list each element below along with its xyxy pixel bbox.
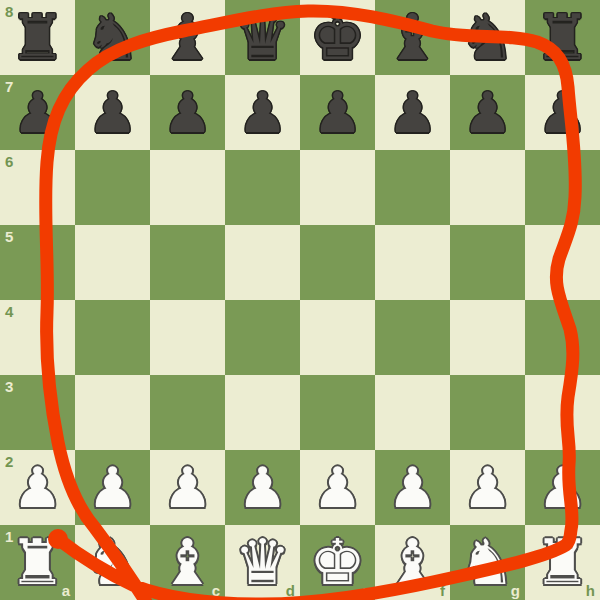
square-b3[interactable] xyxy=(75,375,150,450)
piece-black-knight-b8[interactable]: ♞ xyxy=(75,0,150,75)
piece-black-rook-h8[interactable]: ♜ xyxy=(525,0,600,75)
square-c8[interactable]: ♝ xyxy=(150,0,225,75)
piece-black-pawn-f7[interactable]: ♟ xyxy=(375,75,450,150)
piece-black-pawn-g7[interactable]: ♟ xyxy=(450,75,525,150)
square-e7[interactable]: ♟ xyxy=(300,75,375,150)
piece-white-pawn-g2[interactable]: ♟ xyxy=(450,450,525,525)
rank-label-6: 6 xyxy=(5,153,13,170)
square-c2[interactable]: ♟ xyxy=(150,450,225,525)
square-b6[interactable] xyxy=(75,150,150,225)
piece-white-bishop-f1[interactable]: ♝ xyxy=(375,525,450,600)
file-label-h: h xyxy=(586,582,595,599)
file-label-g: g xyxy=(511,582,520,599)
piece-white-pawn-e2[interactable]: ♟ xyxy=(300,450,375,525)
square-f2[interactable]: ♟ xyxy=(375,450,450,525)
square-h8[interactable]: ♜ xyxy=(525,0,600,75)
square-c1[interactable]: c♝ xyxy=(150,525,225,600)
square-f3[interactable] xyxy=(375,375,450,450)
square-e3[interactable] xyxy=(300,375,375,450)
square-h1[interactable]: h♜ xyxy=(525,525,600,600)
square-g5[interactable] xyxy=(450,225,525,300)
piece-white-pawn-c2[interactable]: ♟ xyxy=(150,450,225,525)
piece-black-bishop-f8[interactable]: ♝ xyxy=(375,0,450,75)
piece-black-king-e8[interactable]: ♚ xyxy=(300,0,375,75)
piece-black-knight-g8[interactable]: ♞ xyxy=(450,0,525,75)
square-g4[interactable] xyxy=(450,300,525,375)
square-a2[interactable]: 2♟ xyxy=(0,450,75,525)
square-g6[interactable] xyxy=(450,150,525,225)
square-a6[interactable]: 6 xyxy=(0,150,75,225)
square-h6[interactable] xyxy=(525,150,600,225)
file-label-a: a xyxy=(62,582,70,599)
square-b8[interactable]: ♞ xyxy=(75,0,150,75)
square-f7[interactable]: ♟ xyxy=(375,75,450,150)
rank-label-1: 1 xyxy=(5,528,13,545)
square-b4[interactable] xyxy=(75,300,150,375)
square-h7[interactable]: ♟ xyxy=(525,75,600,150)
rank-label-7: 7 xyxy=(5,78,13,95)
piece-black-pawn-c7[interactable]: ♟ xyxy=(150,75,225,150)
square-h4[interactable] xyxy=(525,300,600,375)
square-c3[interactable] xyxy=(150,375,225,450)
file-label-f: f xyxy=(440,582,445,599)
square-e8[interactable]: ♚ xyxy=(300,0,375,75)
piece-white-pawn-b2[interactable]: ♟ xyxy=(75,450,150,525)
square-a8[interactable]: 8♜ xyxy=(0,0,75,75)
square-g3[interactable] xyxy=(450,375,525,450)
square-f6[interactable] xyxy=(375,150,450,225)
square-f5[interactable] xyxy=(375,225,450,300)
square-d6[interactable] xyxy=(225,150,300,225)
piece-white-pawn-h2[interactable]: ♟ xyxy=(525,450,600,525)
square-e6[interactable] xyxy=(300,150,375,225)
square-b7[interactable]: ♟ xyxy=(75,75,150,150)
chess-board: 8♜♞♝♛♚♝♞♜7♟♟♟♟♟♟♟♟65432♟♟♟♟♟♟♟♟1a♜b♞c♝d♛… xyxy=(0,0,600,600)
piece-black-pawn-e7[interactable]: ♟ xyxy=(300,75,375,150)
square-a3[interactable]: 3 xyxy=(0,375,75,450)
rank-label-4: 4 xyxy=(5,303,13,320)
square-a5[interactable]: 5 xyxy=(0,225,75,300)
file-label-d: d xyxy=(286,582,295,599)
square-d5[interactable] xyxy=(225,225,300,300)
square-c4[interactable] xyxy=(150,300,225,375)
rank-label-2: 2 xyxy=(5,453,13,470)
square-c6[interactable] xyxy=(150,150,225,225)
square-h5[interactable] xyxy=(525,225,600,300)
piece-black-pawn-b7[interactable]: ♟ xyxy=(75,75,150,150)
square-e2[interactable]: ♟ xyxy=(300,450,375,525)
square-d7[interactable]: ♟ xyxy=(225,75,300,150)
square-d1[interactable]: d♛ xyxy=(225,525,300,600)
piece-black-bishop-c8[interactable]: ♝ xyxy=(150,0,225,75)
board-container: 8♜♞♝♛♚♝♞♜7♟♟♟♟♟♟♟♟65432♟♟♟♟♟♟♟♟1a♜b♞c♝d♛… xyxy=(0,0,600,600)
square-d3[interactable] xyxy=(225,375,300,450)
square-f1[interactable]: f♝ xyxy=(375,525,450,600)
piece-white-pawn-d2[interactable]: ♟ xyxy=(225,450,300,525)
square-a1[interactable]: 1a♜ xyxy=(0,525,75,600)
square-d8[interactable]: ♛ xyxy=(225,0,300,75)
square-h2[interactable]: ♟ xyxy=(525,450,600,525)
square-g2[interactable]: ♟ xyxy=(450,450,525,525)
square-b2[interactable]: ♟ xyxy=(75,450,150,525)
square-h3[interactable] xyxy=(525,375,600,450)
square-e5[interactable] xyxy=(300,225,375,300)
square-f8[interactable]: ♝ xyxy=(375,0,450,75)
square-g7[interactable]: ♟ xyxy=(450,75,525,150)
piece-white-pawn-f2[interactable]: ♟ xyxy=(375,450,450,525)
square-c5[interactable] xyxy=(150,225,225,300)
square-e4[interactable] xyxy=(300,300,375,375)
square-d4[interactable] xyxy=(225,300,300,375)
file-label-b: b xyxy=(136,582,145,599)
square-d2[interactable]: ♟ xyxy=(225,450,300,525)
square-c7[interactable]: ♟ xyxy=(150,75,225,150)
square-e1[interactable]: e♚ xyxy=(300,525,375,600)
rank-label-5: 5 xyxy=(5,228,13,245)
square-f4[interactable] xyxy=(375,300,450,375)
square-a4[interactable]: 4 xyxy=(0,300,75,375)
piece-black-pawn-d7[interactable]: ♟ xyxy=(225,75,300,150)
file-label-e: e xyxy=(362,582,370,599)
square-b1[interactable]: b♞ xyxy=(75,525,150,600)
rank-label-8: 8 xyxy=(5,3,13,20)
piece-black-pawn-h7[interactable]: ♟ xyxy=(525,75,600,150)
square-a7[interactable]: 7♟ xyxy=(0,75,75,150)
square-g8[interactable]: ♞ xyxy=(450,0,525,75)
square-g1[interactable]: g♞ xyxy=(450,525,525,600)
piece-black-queen-d8[interactable]: ♛ xyxy=(225,0,300,75)
square-b5[interactable] xyxy=(75,225,150,300)
rank-label-3: 3 xyxy=(5,378,13,395)
file-label-c: c xyxy=(212,582,220,599)
